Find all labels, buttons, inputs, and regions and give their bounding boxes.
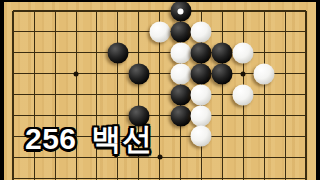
- grid-line-horizontal: [13, 94, 306, 95]
- last-move-marker: [178, 8, 184, 14]
- video-frame: 256 백선: [0, 0, 320, 180]
- white-stone: [170, 42, 191, 63]
- white-stone: [191, 84, 212, 105]
- black-stone: [212, 63, 233, 84]
- letterbox-top: [0, 0, 320, 2]
- black-stone: [191, 63, 212, 84]
- white-stone: [149, 21, 170, 42]
- white-stone: [233, 42, 254, 63]
- black-stone: [107, 42, 128, 63]
- white-stone: [191, 21, 212, 42]
- white-stone: [191, 126, 212, 147]
- black-stone: [212, 42, 233, 63]
- white-stone: [191, 105, 212, 126]
- grid-line-vertical: [305, 11, 307, 180]
- black-stone: [170, 1, 191, 22]
- white-stone: [254, 63, 275, 84]
- grid-line-horizontal: [13, 178, 306, 179]
- grid-line-horizontal: [13, 10, 306, 12]
- grid-line-vertical: [12, 11, 14, 180]
- grid-line-horizontal: [13, 115, 306, 116]
- black-stone: [170, 84, 191, 105]
- white-stone: [170, 63, 191, 84]
- black-stone: [170, 105, 191, 126]
- white-stone: [233, 84, 254, 105]
- black-stone: [191, 42, 212, 63]
- problem-caption: 256 백선: [25, 124, 152, 154]
- black-stone: [170, 21, 191, 42]
- grid-line-horizontal: [13, 52, 306, 53]
- grid-line-vertical: [285, 11, 286, 180]
- star-point: [241, 71, 246, 76]
- grid-line-vertical: [264, 11, 265, 180]
- letterbox-left: [0, 0, 4, 180]
- star-point: [74, 71, 79, 76]
- star-point: [157, 155, 162, 160]
- black-stone: [128, 63, 149, 84]
- grid-line-vertical: [222, 11, 223, 180]
- letterbox-right: [316, 0, 320, 180]
